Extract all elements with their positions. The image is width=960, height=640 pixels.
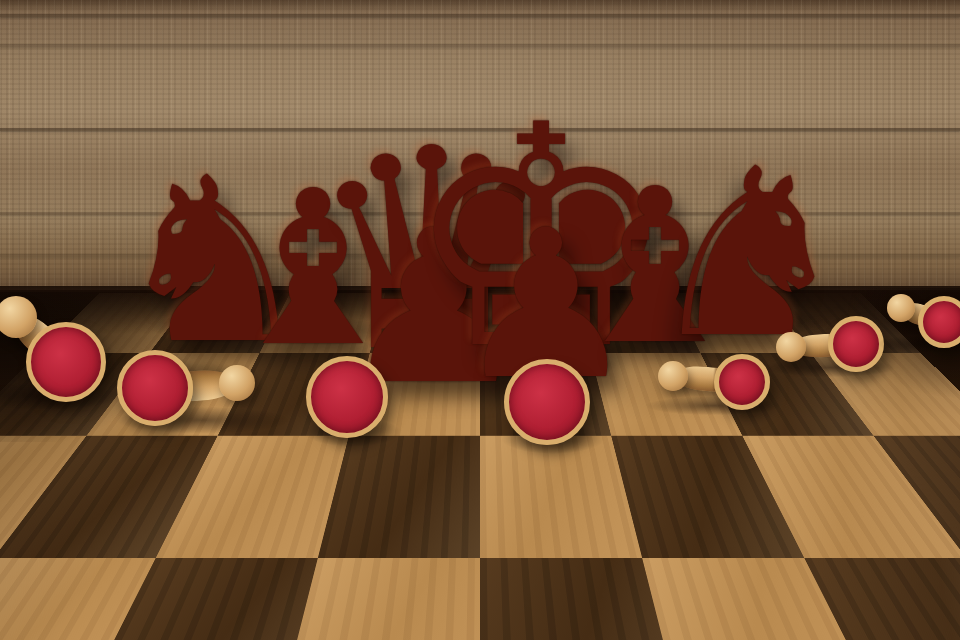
fallen-pawn-head <box>887 294 915 322</box>
fallen-pawn-felt-base <box>117 350 193 426</box>
fallen-pawn-felt-base <box>306 356 388 438</box>
chess-photo-scene: ♞♝♛♟♚♟♝♞ <box>0 0 960 640</box>
fallen-pawn-head <box>658 361 688 391</box>
fallen-pawn-head <box>776 332 806 362</box>
fallen-pawn-head <box>219 365 255 401</box>
fallen-pawn-felt-base <box>504 359 590 445</box>
fallen-pawn-felt-base <box>714 354 770 410</box>
fallen-pawn-felt-base <box>26 322 106 402</box>
fallen-pawns-layer <box>0 0 960 640</box>
